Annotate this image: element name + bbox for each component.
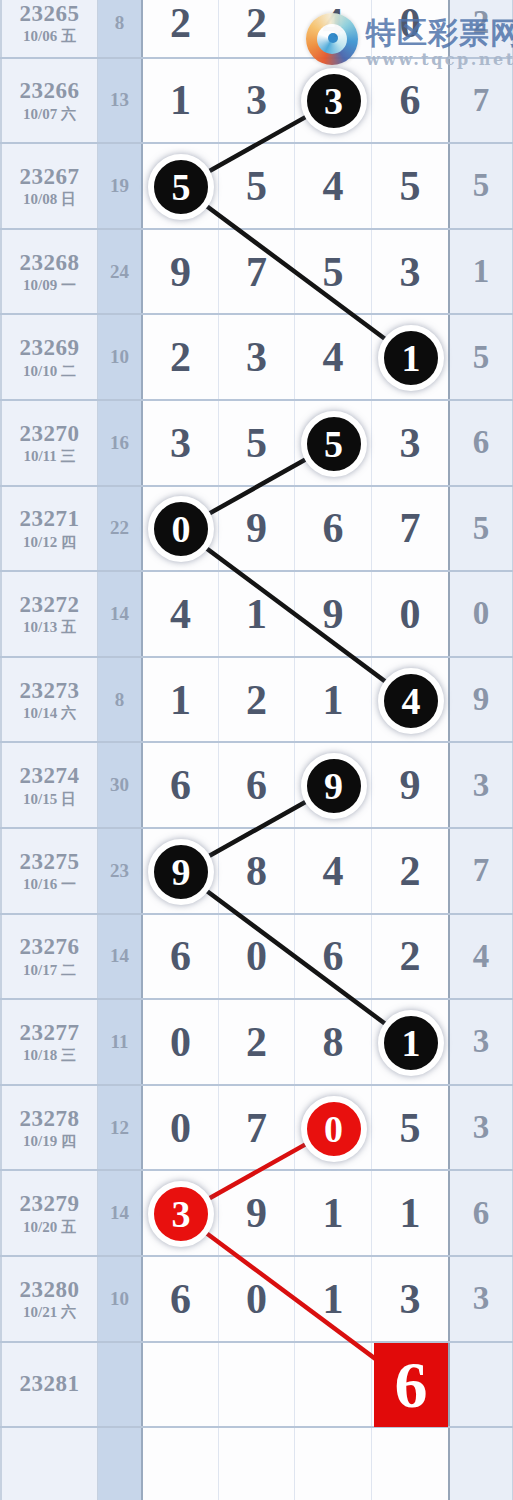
tail-digit-cell: 5 — [450, 144, 513, 228]
draw-date: 10/13 五 — [23, 619, 76, 636]
draw-date: 10/09 一 — [23, 277, 76, 294]
issue-cell: 23271 10/12 四 — [0, 487, 98, 571]
draw-date: 10/07 六 — [23, 106, 76, 123]
draw-date: 10/14 六 — [23, 705, 76, 722]
watermark-text: 特区彩票网 www.tqcp.net — [366, 13, 513, 68]
digit-cell-1 — [143, 829, 219, 913]
sum-cell: 19 — [98, 144, 143, 228]
digit-cell-1 — [143, 487, 219, 571]
sum-cell: 10 — [98, 1257, 143, 1341]
issue-number: 23277 — [20, 1020, 80, 1045]
draw-date: 10/06 五 — [23, 28, 76, 45]
table-row: 23267 10/08 日 19 5 4 5 5 — [0, 144, 513, 230]
table-row: 23276 10/17 二 14 6 0 6 2 4 — [0, 915, 513, 1001]
sum-cell: 14 — [98, 572, 143, 656]
issue-cell: 23275 10/16 一 — [0, 829, 98, 913]
table-row: 23274 10/15 日 30 6 6 9 3 — [0, 743, 513, 829]
digit-cell-3: 9 — [295, 572, 372, 656]
digit-cell-1: 9 — [143, 230, 219, 314]
issue-number: 23280 — [20, 1277, 80, 1302]
draw-date: 10/15 日 — [23, 791, 76, 808]
site-name: 特区彩票网 — [366, 18, 513, 48]
digit-cell-3: 5 — [295, 230, 372, 314]
issue-number: 23275 — [20, 849, 80, 874]
sum-cell: 8 — [98, 0, 143, 57]
sum-cell: 30 — [98, 743, 143, 827]
sum-cell: 16 — [98, 401, 143, 485]
table-row: 23268 10/09 一 24 9 7 5 3 1 — [0, 230, 513, 316]
issue-cell: 23265 10/06 五 — [0, 0, 98, 57]
table-row: 23278 10/19 四 12 0 7 5 3 — [0, 1086, 513, 1172]
tail-digit-cell: 3 — [450, 1000, 513, 1084]
digit-cell-2: 9 — [219, 487, 295, 571]
digit-cell-2: 3 — [219, 315, 295, 399]
digit-cell-3 — [295, 743, 372, 827]
table-row: 23271 10/12 四 22 9 6 7 5 — [0, 487, 513, 573]
issue-cell: 23276 10/17 二 — [0, 915, 98, 999]
tail-digit-cell — [450, 1343, 513, 1427]
digit-cell-2: 2 — [219, 658, 295, 742]
table-row: 23269 10/10 二 10 2 3 4 5 — [0, 315, 513, 401]
draw-date: 10/08 日 — [23, 191, 76, 208]
digit-cell-4 — [372, 658, 450, 742]
sum-cell: 8 — [98, 658, 143, 742]
draw-date: 10/19 四 — [23, 1133, 76, 1150]
digit-cell-3 — [295, 401, 372, 485]
draw-date: 10/10 二 — [23, 363, 76, 380]
digit-cell-1 — [143, 1171, 219, 1255]
digit-cell-2: 0 — [219, 915, 295, 999]
issue-cell: 23277 10/18 三 — [0, 1000, 98, 1084]
tail-digit-cell: 0 — [450, 572, 513, 656]
digit-cell-2: 3 — [219, 59, 295, 143]
tail-digit-cell: 6 — [450, 401, 513, 485]
digit-cell-4 — [372, 1428, 450, 1500]
issue-cell: 23272 10/13 五 — [0, 572, 98, 656]
draw-date: 10/17 二 — [23, 962, 76, 979]
draw-date: 10/21 六 — [23, 1304, 76, 1321]
table-row: 23279 10/20 五 14 9 1 1 6 — [0, 1171, 513, 1257]
issue-cell: 23280 10/21 六 — [0, 1257, 98, 1341]
sum-cell: 12 — [98, 1086, 143, 1170]
issue-number: 23271 — [20, 506, 80, 531]
digit-cell-1: 6 — [143, 1257, 219, 1341]
table-row: 23266 10/07 六 13 1 3 6 7 — [0, 59, 513, 145]
table-row: 23280 10/21 六 10 6 0 1 3 3 — [0, 1257, 513, 1343]
digit-cell-2: 9 — [219, 1171, 295, 1255]
tail-digit-cell: 5 — [450, 487, 513, 571]
digit-cell-4: 0 — [372, 572, 450, 656]
digit-cell-2: 7 — [219, 1086, 295, 1170]
digit-cell-4 — [372, 315, 450, 399]
issue-number: 23276 — [20, 934, 80, 959]
sum-cell: 11 — [98, 1000, 143, 1084]
site-watermark: 特区彩票网 www.tqcp.net — [306, 13, 513, 68]
digit-cell-3: 4 — [295, 829, 372, 913]
digit-cell-2 — [219, 1343, 295, 1427]
digit-cell-4 — [372, 1000, 450, 1084]
digit-cell-4: 1 — [372, 1171, 450, 1255]
tail-digit-cell — [450, 1428, 513, 1500]
issue-cell: 23268 10/09 一 — [0, 230, 98, 314]
issue-cell: 23267 10/08 日 — [0, 144, 98, 228]
issue-cell: 23273 10/14 六 — [0, 658, 98, 742]
tail-digit-cell: 3 — [450, 1086, 513, 1170]
digit-cell-1: 2 — [143, 315, 219, 399]
digit-cell-2: 5 — [219, 401, 295, 485]
sum-cell: 14 — [98, 1171, 143, 1255]
digit-cell-2: 7 — [219, 230, 295, 314]
lottery-trend-chart: 23265 10/06 五 8 2 2 4 0 2 23266 10/07 六 … — [0, 0, 513, 1500]
issue-number: 23274 — [20, 763, 80, 788]
issue-number: 23273 — [20, 678, 80, 703]
sum-cell — [98, 1343, 143, 1427]
digit-cell-1: 2 — [143, 0, 219, 57]
sum-cell: 14 — [98, 915, 143, 999]
digit-cell-3 — [295, 1428, 372, 1500]
digit-cell-2: 1 — [219, 572, 295, 656]
digit-cell-4: 7 — [372, 487, 450, 571]
digit-cell-4: 9 — [372, 743, 450, 827]
tail-digit-cell: 1 — [450, 230, 513, 314]
issue-number: 23267 — [20, 164, 80, 189]
digit-cell-3: 8 — [295, 1000, 372, 1084]
digit-cell-3: 4 — [295, 144, 372, 228]
digit-cell-3: 1 — [295, 658, 372, 742]
table-row: 23275 10/16 一 23 8 4 2 7 — [0, 829, 513, 915]
sum-cell: 22 — [98, 487, 143, 571]
digit-cell-4: 5 — [372, 144, 450, 228]
digit-cell-2: 6 — [219, 743, 295, 827]
digit-cell-4 — [372, 1343, 450, 1427]
digit-cell-3: 1 — [295, 1257, 372, 1341]
digit-cell-1: 3 — [143, 401, 219, 485]
tail-digit-cell: 6 — [450, 1171, 513, 1255]
issue-number: 23281 — [20, 1371, 80, 1396]
site-logo-icon — [306, 13, 358, 65]
tail-digit-cell: 9 — [450, 658, 513, 742]
digit-cell-4: 3 — [372, 401, 450, 485]
issue-number: 23272 — [20, 592, 80, 617]
draw-date: 10/11 三 — [23, 448, 75, 465]
digit-cell-1 — [143, 144, 219, 228]
issue-cell: 23269 10/10 二 — [0, 315, 98, 399]
digit-cell-1: 1 — [143, 59, 219, 143]
issue-cell: 23274 10/15 日 — [0, 743, 98, 827]
issue-cell: 23266 10/07 六 — [0, 59, 98, 143]
issue-cell: 23270 10/11 三 — [0, 401, 98, 485]
digit-cell-4: 2 — [372, 829, 450, 913]
digit-cell-2: 2 — [219, 1000, 295, 1084]
draw-date: 10/20 五 — [23, 1219, 76, 1236]
draw-date: 10/16 一 — [23, 876, 76, 893]
sum-cell: 13 — [98, 59, 143, 143]
tail-digit-cell: 3 — [450, 1257, 513, 1341]
table-row — [0, 1428, 513, 1500]
digit-cell-3 — [295, 59, 372, 143]
sum-cell — [98, 1428, 143, 1500]
digit-cell-1: 4 — [143, 572, 219, 656]
table-row: 23270 10/11 三 16 3 5 3 6 — [0, 401, 513, 487]
issue-number: 23279 — [20, 1191, 80, 1216]
draw-date: 10/12 四 — [23, 534, 76, 551]
tail-digit-cell: 4 — [450, 915, 513, 999]
digit-cell-1: 0 — [143, 1086, 219, 1170]
digit-cell-1 — [143, 1428, 219, 1500]
chart-rows: 23265 10/06 五 8 2 2 4 0 2 23266 10/07 六 … — [0, 0, 513, 1500]
issue-number: 23270 — [20, 421, 80, 446]
issue-cell: 23279 10/20 五 — [0, 1171, 98, 1255]
issue-cell: 23281 — [0, 1343, 98, 1427]
digit-cell-3: 6 — [295, 915, 372, 999]
issue-number: 23266 — [20, 78, 80, 103]
digit-cell-3: 6 — [295, 487, 372, 571]
issue-number: 23278 — [20, 1106, 80, 1131]
tail-digit-cell: 5 — [450, 315, 513, 399]
issue-number: 23268 — [20, 250, 80, 275]
digit-cell-1: 6 — [143, 915, 219, 999]
tail-digit-cell: 7 — [450, 829, 513, 913]
issue-number: 23265 — [20, 1, 80, 26]
digit-cell-4: 2 — [372, 915, 450, 999]
digit-cell-4: 3 — [372, 230, 450, 314]
digit-cell-2: 8 — [219, 829, 295, 913]
issue-cell — [0, 1428, 98, 1500]
sum-cell: 23 — [98, 829, 143, 913]
digit-cell-3: 1 — [295, 1171, 372, 1255]
table-row: 23273 10/14 六 8 1 2 1 9 — [0, 658, 513, 744]
digit-cell-2 — [219, 1428, 295, 1500]
tail-digit-cell: 7 — [450, 59, 513, 143]
digit-cell-3 — [295, 1343, 372, 1427]
digit-cell-4: 6 — [372, 59, 450, 143]
digit-cell-4: 3 — [372, 1257, 450, 1341]
digit-cell-3: 4 — [295, 315, 372, 399]
table-row: 23281 — [0, 1343, 513, 1429]
issue-cell: 23278 10/19 四 — [0, 1086, 98, 1170]
draw-date: 10/18 三 — [23, 1047, 76, 1064]
digit-cell-2: 0 — [219, 1257, 295, 1341]
digit-cell-1: 1 — [143, 658, 219, 742]
digit-cell-4: 5 — [372, 1086, 450, 1170]
digit-cell-1: 0 — [143, 1000, 219, 1084]
table-row: 23272 10/13 五 14 4 1 9 0 0 — [0, 572, 513, 658]
site-url: www.tqcp.net — [366, 52, 513, 68]
table-row: 23277 10/18 三 11 0 2 8 3 — [0, 1000, 513, 1086]
digit-cell-2: 2 — [219, 0, 295, 57]
issue-number: 23269 — [20, 335, 80, 360]
tail-digit-cell: 3 — [450, 743, 513, 827]
digit-cell-1: 6 — [143, 743, 219, 827]
digit-cell-1 — [143, 1343, 219, 1427]
sum-cell: 24 — [98, 230, 143, 314]
sum-cell: 10 — [98, 315, 143, 399]
digit-cell-3 — [295, 1086, 372, 1170]
digit-cell-2: 5 — [219, 144, 295, 228]
